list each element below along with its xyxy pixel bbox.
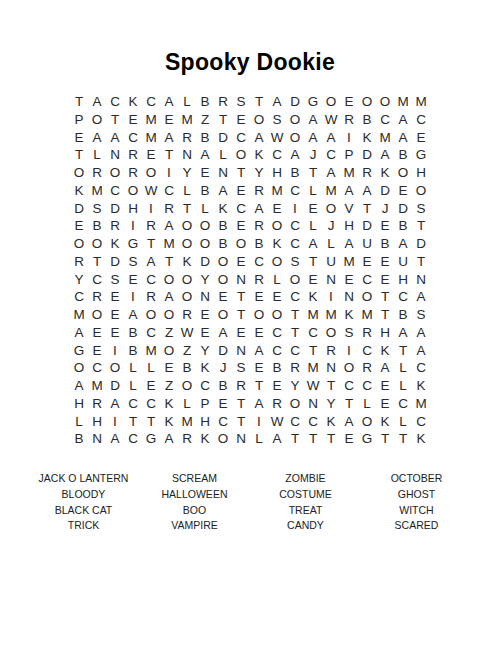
grid-cell-r11c9: O <box>214 271 232 289</box>
grid-cell-r2c12: S <box>268 111 286 129</box>
grid-cell-r13c4: A <box>124 306 142 324</box>
grid-cell-r16c17: R <box>358 359 376 377</box>
grid-cell-r16c11: E <box>250 359 268 377</box>
grid-cell-r9c1: O <box>70 235 88 253</box>
grid-cell-r3c5: M <box>142 129 160 147</box>
grid-cell-r18c14: N <box>304 395 322 413</box>
grid-cell-r12c6: A <box>160 288 178 306</box>
grid-cell-r8c7: O <box>178 217 196 235</box>
grid-cell-r5c18: K <box>376 164 394 182</box>
grid-cell-r12c5: R <box>142 288 160 306</box>
grid-cell-r13c9: O <box>214 306 232 324</box>
grid-cell-r6c15: M <box>322 182 340 200</box>
grid-cell-r15c4: B <box>124 342 142 360</box>
grid-cell-r15c5: M <box>142 342 160 360</box>
grid-cell-r20c13: T <box>286 430 304 448</box>
grid-cell-r16c14: M <box>304 359 322 377</box>
grid-cell-r11c4: E <box>124 271 142 289</box>
grid-cell-r2c4: E <box>124 111 142 129</box>
grid-cell-r4c20: G <box>412 146 430 164</box>
word-list-item: BOO <box>139 503 250 519</box>
grid-cell-r12c10: T <box>232 288 250 306</box>
grid-cell-r5c4: R <box>124 164 142 182</box>
grid-cell-r7c20: S <box>412 200 430 218</box>
grid-cell-r19c9: C <box>214 413 232 431</box>
word-list-item: SCREAM <box>139 471 250 487</box>
grid-cell-r19c10: T <box>232 413 250 431</box>
grid-cell-r10c18: E <box>376 253 394 271</box>
grid-cell-r15c3: I <box>106 342 124 360</box>
grid-cell-r16c1: O <box>70 359 88 377</box>
grid-cell-r20c10: N <box>232 430 250 448</box>
grid-cell-r16c18: A <box>376 359 394 377</box>
grid-cell-r11c18: E <box>376 271 394 289</box>
grid-cell-r15c20: A <box>412 342 430 360</box>
grid-cell-r17c6: Z <box>160 377 178 395</box>
grid-cell-r19c7: M <box>178 413 196 431</box>
grid-cell-r9c4: G <box>124 235 142 253</box>
grid-cell-r11c1: Y <box>70 271 88 289</box>
grid-cell-r1c16: E <box>340 93 358 111</box>
grid-cell-r7c9: K <box>214 200 232 218</box>
grid-cell-r17c10: R <box>232 377 250 395</box>
grid-cell-r13c7: R <box>178 306 196 324</box>
grid-cell-r19c5: T <box>142 413 160 431</box>
grid-cell-r17c5: E <box>142 377 160 395</box>
word-list-item: BLOODY <box>28 487 139 503</box>
grid-cell-r9c14: A <box>304 235 322 253</box>
grid-cell-r14c13: T <box>286 324 304 342</box>
grid-cell-r10c17: E <box>358 253 376 271</box>
grid-cell-r6c9: A <box>214 182 232 200</box>
grid-cell-r9c6: M <box>160 235 178 253</box>
grid-cell-r2c1: P <box>70 111 88 129</box>
grid-cell-r19c6: K <box>160 413 178 431</box>
grid-cell-r6c17: A <box>358 182 376 200</box>
word-list-item: BLACK CAT <box>28 503 139 519</box>
grid-cell-r17c1: A <box>70 377 88 395</box>
grid-cell-r14c4: B <box>124 324 142 342</box>
grid-cell-r20c19: T <box>394 430 412 448</box>
grid-cell-r9c8: O <box>196 235 214 253</box>
grid-cell-r20c11: L <box>250 430 268 448</box>
grid-cell-r12c18: T <box>376 288 394 306</box>
grid-cell-r13c10: T <box>232 306 250 324</box>
grid-cell-r2c10: E <box>232 111 250 129</box>
grid-cell-r10c14: T <box>304 253 322 271</box>
grid-cell-r8c15: J <box>322 217 340 235</box>
grid-cell-r18c9: E <box>214 395 232 413</box>
grid-cell-r9c20: D <box>412 235 430 253</box>
grid-cell-r17c8: C <box>196 377 214 395</box>
grid-cell-r16c10: S <box>232 359 250 377</box>
grid-cell-r3c14: A <box>304 129 322 147</box>
grid-cell-r5c16: M <box>340 164 358 182</box>
grid-cell-r7c7: T <box>178 200 196 218</box>
grid-cell-r16c5: L <box>142 359 160 377</box>
grid-cell-r5c9: N <box>214 164 232 182</box>
grid-cell-r14c11: E <box>250 324 268 342</box>
grid-cell-r18c4: C <box>124 395 142 413</box>
grid-cell-r17c7: O <box>178 377 196 395</box>
grid-cell-r7c4: H <box>124 200 142 218</box>
grid-cell-r7c18: J <box>376 200 394 218</box>
grid-cell-r12c19: C <box>394 288 412 306</box>
grid-cell-r20c5: G <box>142 430 160 448</box>
grid-cell-r2c18: C <box>376 111 394 129</box>
grid-cell-r6c6: C <box>160 182 178 200</box>
grid-cell-r19c16: A <box>340 413 358 431</box>
grid-cell-r11c13: O <box>286 271 304 289</box>
grid-cell-r9c12: K <box>268 235 286 253</box>
grid-cell-r20c15: T <box>322 430 340 448</box>
grid-cell-r2c3: T <box>106 111 124 129</box>
grid-cell-r3c17: K <box>358 129 376 147</box>
grid-cell-r11c16: E <box>340 271 358 289</box>
grid-cell-r3c4: C <box>124 129 142 147</box>
grid-cell-r9c18: B <box>376 235 394 253</box>
puzzle-page: Spooky Dookie TACKCALBRSTADGOEOOMMPOTEME… <box>0 0 500 647</box>
grid-cell-r16c20: C <box>412 359 430 377</box>
grid-cell-r15c19: T <box>394 342 412 360</box>
grid-cell-r5c13: B <box>286 164 304 182</box>
grid-cell-r2c5: M <box>142 111 160 129</box>
grid-cell-r1c1: T <box>70 93 88 111</box>
grid-cell-r17c2: M <box>88 377 106 395</box>
grid-cell-r12c4: I <box>124 288 142 306</box>
grid-cell-r18c16: T <box>340 395 358 413</box>
grid-cell-r10c6: T <box>160 253 178 271</box>
grid-cell-r15c2: E <box>88 342 106 360</box>
grid-cell-r2c15: W <box>322 111 340 129</box>
grid-cell-r10c13: S <box>286 253 304 271</box>
grid-cell-r16c3: O <box>106 359 124 377</box>
grid-cell-r20c20: K <box>412 430 430 448</box>
grid-cell-r13c18: T <box>376 306 394 324</box>
grid-cell-r14c14: C <box>304 324 322 342</box>
grid-cell-r20c18: T <box>376 430 394 448</box>
grid-cell-r1c10: S <box>232 93 250 111</box>
grid-cell-r10c8: D <box>196 253 214 271</box>
grid-cell-r11c2: C <box>88 271 106 289</box>
grid-cell-r19c4: T <box>124 413 142 431</box>
grid-cell-r18c20: M <box>412 395 430 413</box>
grid-cell-r4c19: B <box>394 146 412 164</box>
grid-cell-r19c17: O <box>358 413 376 431</box>
grid-cell-r3c13: O <box>286 129 304 147</box>
grid-cell-r3c11: A <box>250 129 268 147</box>
grid-cell-r10c5: A <box>142 253 160 271</box>
grid-cell-r13c6: O <box>160 306 178 324</box>
puzzle-title: Spooky Dookie <box>0 49 500 76</box>
grid-cell-r14c7: W <box>178 324 196 342</box>
grid-cell-r16c2: C <box>88 359 106 377</box>
grid-cell-r15c15: R <box>322 342 340 360</box>
grid-cell-r11c19: H <box>394 271 412 289</box>
grid-cell-r1c6: A <box>160 93 178 111</box>
grid-cell-r10c7: K <box>178 253 196 271</box>
grid-cell-r6c16: A <box>340 182 358 200</box>
grid-cell-r11c7: O <box>178 271 196 289</box>
grid-cell-r6c19: E <box>394 182 412 200</box>
grid-cell-r12c16: N <box>340 288 358 306</box>
grid-cell-r18c2: R <box>88 395 106 413</box>
grid-cell-r13c11: O <box>250 306 268 324</box>
grid-cell-r18c3: A <box>106 395 124 413</box>
grid-cell-r17c20: K <box>412 377 430 395</box>
grid-cell-r4c4: R <box>124 146 142 164</box>
grid-cell-r16c8: K <box>196 359 214 377</box>
grid-cell-r1c15: O <box>322 93 340 111</box>
grid-cell-r13c16: K <box>340 306 358 324</box>
grid-cell-r17c12: E <box>268 377 286 395</box>
grid-cell-r20c3: A <box>106 430 124 448</box>
grid-cell-r17c19: L <box>394 377 412 395</box>
grid-cell-r12c9: E <box>214 288 232 306</box>
grid-cell-r2c14: A <box>304 111 322 129</box>
grid-cell-r17c11: T <box>250 377 268 395</box>
grid-cell-r7c8: L <box>196 200 214 218</box>
grid-cell-r14c1: A <box>70 324 88 342</box>
grid-cell-r9c16: A <box>340 235 358 253</box>
grid-cell-r8c5: R <box>142 217 160 235</box>
grid-cell-r15c6: O <box>160 342 178 360</box>
grid-cell-r5c14: T <box>304 164 322 182</box>
grid-cell-r12c15: I <box>322 288 340 306</box>
grid-cell-r8c11: R <box>250 217 268 235</box>
grid-cell-r1c4: K <box>124 93 142 111</box>
grid-cell-r4c2: L <box>88 146 106 164</box>
grid-cell-r19c3: I <box>106 413 124 431</box>
grid-cell-r12c8: N <box>196 288 214 306</box>
grid-cell-r7c19: D <box>394 200 412 218</box>
grid-cell-r11c10: N <box>232 271 250 289</box>
grid-cell-r4c10: O <box>232 146 250 164</box>
grid-cell-r4c8: A <box>196 146 214 164</box>
grid-cell-r12c13: C <box>286 288 304 306</box>
grid-cell-r13c2: O <box>88 306 106 324</box>
grid-cell-r5c17: R <box>358 164 376 182</box>
grid-cell-r17c3: D <box>106 377 124 395</box>
grid-cell-r4c11: K <box>250 146 268 164</box>
grid-cell-r3c18: M <box>376 129 394 147</box>
grid-cell-r2c16: R <box>340 111 358 129</box>
grid-cell-r1c17: O <box>358 93 376 111</box>
grid-cell-r9c13: C <box>286 235 304 253</box>
grid-cell-r7c16: V <box>340 200 358 218</box>
grid-cell-r13c15: M <box>322 306 340 324</box>
grid-cell-r4c13: A <box>286 146 304 164</box>
grid-cell-r6c20: O <box>412 182 430 200</box>
grid-cell-r5c20: H <box>412 164 430 182</box>
grid-cell-r16c16: O <box>340 359 358 377</box>
grid-cell-r2c17: B <box>358 111 376 129</box>
grid-cell-r10c16: M <box>340 253 358 271</box>
grid-cell-r12c1: C <box>70 288 88 306</box>
grid-cell-r11c3: S <box>106 271 124 289</box>
grid-cell-r7c1: D <box>70 200 88 218</box>
grid-cell-r7c6: R <box>160 200 178 218</box>
grid-cell-r10c15: U <box>322 253 340 271</box>
grid-cell-r6c3: C <box>106 182 124 200</box>
grid-cell-r19c8: H <box>196 413 214 431</box>
grid-cell-r8c20: T <box>412 217 430 235</box>
grid-cell-r5c5: O <box>142 164 160 182</box>
word-list-item: GHOST <box>361 487 472 503</box>
grid-cell-r17c17: C <box>358 377 376 395</box>
grid-cell-r4c14: J <box>304 146 322 164</box>
grid-cell-r9c3: K <box>106 235 124 253</box>
grid-cell-r19c2: H <box>88 413 106 431</box>
grid-cell-r2c9: T <box>214 111 232 129</box>
grid-cell-r15c7: Z <box>178 342 196 360</box>
grid-cell-r10c11: C <box>250 253 268 271</box>
grid-cell-r6c2: M <box>88 182 106 200</box>
grid-cell-r16c19: L <box>394 359 412 377</box>
grid-cell-r20c17: G <box>358 430 376 448</box>
grid-cell-r7c3: D <box>106 200 124 218</box>
grid-cell-r1c3: C <box>106 93 124 111</box>
grid-cell-r5c7: Y <box>178 164 196 182</box>
grid-cell-r18c19: C <box>394 395 412 413</box>
grid-cell-r9c2: O <box>88 235 106 253</box>
grid-cell-r8c13: C <box>286 217 304 235</box>
grid-cell-r17c15: T <box>322 377 340 395</box>
grid-cell-r15c14: T <box>304 342 322 360</box>
grid-cell-r14c17: R <box>358 324 376 342</box>
grid-cell-r11c17: C <box>358 271 376 289</box>
grid-cell-r6c14: L <box>304 182 322 200</box>
grid-cell-r18c15: Y <box>322 395 340 413</box>
word-list-item: ZOMBIE <box>250 471 361 487</box>
grid-cell-r3c9: D <box>214 129 232 147</box>
grid-cell-r3c16: I <box>340 129 358 147</box>
word-list-item: WITCH <box>361 503 472 519</box>
grid-cell-r4c6: T <box>160 146 178 164</box>
grid-cell-r19c13: C <box>286 413 304 431</box>
grid-cell-r8c9: B <box>214 217 232 235</box>
grid-cell-r1c12: A <box>268 93 286 111</box>
grid-cell-r16c15: N <box>322 359 340 377</box>
grid-cell-r8c17: D <box>358 217 376 235</box>
grid-cell-r2c6: E <box>160 111 178 129</box>
grid-cell-r14c9: A <box>214 324 232 342</box>
grid-cell-r10c2: T <box>88 253 106 271</box>
grid-cell-r14c19: A <box>394 324 412 342</box>
grid-cell-r17c18: E <box>376 377 394 395</box>
grid-cell-r7c13: I <box>286 200 304 218</box>
grid-cell-r19c19: L <box>394 413 412 431</box>
grid-cell-r11c8: Y <box>196 271 214 289</box>
grid-cell-r14c8: E <box>196 324 214 342</box>
grid-cell-r20c12: A <box>268 430 286 448</box>
grid-cell-r18c18: E <box>376 395 394 413</box>
grid-cell-r13c5: O <box>142 306 160 324</box>
grid-cell-r3c7: R <box>178 129 196 147</box>
grid-cell-r4c9: L <box>214 146 232 164</box>
word-list-item: HALLOWEEN <box>139 487 250 503</box>
grid-cell-r19c12: W <box>268 413 286 431</box>
grid-cell-r12c7: O <box>178 288 196 306</box>
grid-cell-r11c20: N <box>412 271 430 289</box>
grid-cell-r1c7: L <box>178 93 196 111</box>
grid-cell-r7c11: A <box>250 200 268 218</box>
grid-cell-r10c4: S <box>124 253 142 271</box>
grid-cell-r4c1: T <box>70 146 88 164</box>
grid-cell-r5c12: H <box>268 164 286 182</box>
grid-cell-r20c14: T <box>304 430 322 448</box>
grid-cell-r7c2: S <box>88 200 106 218</box>
grid-cell-r7c17: T <box>358 200 376 218</box>
grid-cell-r10c20: T <box>412 253 430 271</box>
grid-cell-r1c8: B <box>196 93 214 111</box>
grid-cell-r14c5: C <box>142 324 160 342</box>
grid-cell-r20c4: C <box>124 430 142 448</box>
grid-cell-r19c14: C <box>304 413 322 431</box>
grid-cell-r8c18: E <box>376 217 394 235</box>
word-list-item: SCARED <box>361 518 472 534</box>
grid-cell-r4c3: N <box>106 146 124 164</box>
grid-cell-r19c1: L <box>70 413 88 431</box>
grid-cell-r7c15: O <box>322 200 340 218</box>
grid-cell-r5c6: I <box>160 164 178 182</box>
grid-cell-r15c18: K <box>376 342 394 360</box>
grid-cell-r15c13: C <box>286 342 304 360</box>
grid-cell-r5c15: A <box>322 164 340 182</box>
grid-cell-r15c9: D <box>214 342 232 360</box>
grid-cell-r6c12: M <box>268 182 286 200</box>
grid-cell-r11c12: L <box>268 271 286 289</box>
grid-cell-r14c16: S <box>340 324 358 342</box>
grid-cell-r13c12: O <box>268 306 286 324</box>
grid-cell-r19c20: C <box>412 413 430 431</box>
grid-cell-r19c15: K <box>322 413 340 431</box>
grid-cell-r9c19: A <box>394 235 412 253</box>
grid-cell-r5c19: O <box>394 164 412 182</box>
grid-cell-r13c14: M <box>304 306 322 324</box>
grid-cell-r3c6: A <box>160 129 178 147</box>
grid-cell-r17c14: W <box>304 377 322 395</box>
grid-cell-r9c9: B <box>214 235 232 253</box>
grid-cell-r11c14: E <box>304 271 322 289</box>
grid-cell-r3c1: E <box>70 129 88 147</box>
grid-cell-r15c16: I <box>340 342 358 360</box>
grid-cell-r9c11: B <box>250 235 268 253</box>
word-list: JACK O LANTERNSCREAMZOMBIEOCTOBERBLOODYH… <box>28 471 472 534</box>
grid-cell-r18c1: H <box>70 395 88 413</box>
grid-cell-r6c10: E <box>232 182 250 200</box>
grid-cell-r16c4: L <box>124 359 142 377</box>
grid-cell-r4c18: A <box>376 146 394 164</box>
grid-cell-r1c14: G <box>304 93 322 111</box>
grid-cell-r3c8: B <box>196 129 214 147</box>
grid-cell-r9c10: O <box>232 235 250 253</box>
word-list-item: OCTOBER <box>361 471 472 487</box>
grid-cell-r7c14: E <box>304 200 322 218</box>
grid-cell-r8c4: I <box>124 217 142 235</box>
grid-cell-r4c17: D <box>358 146 376 164</box>
grid-cell-r7c5: I <box>142 200 160 218</box>
grid-cell-r16c9: J <box>214 359 232 377</box>
grid-cell-r13c13: T <box>286 306 304 324</box>
grid-cell-r1c5: C <box>142 93 160 111</box>
grid-cell-r5c1: O <box>70 164 88 182</box>
grid-cell-r3c3: A <box>106 129 124 147</box>
grid-cell-r12c17: O <box>358 288 376 306</box>
grid-cell-r5c3: O <box>106 164 124 182</box>
grid-cell-r7c12: E <box>268 200 286 218</box>
grid-cell-r10c9: O <box>214 253 232 271</box>
